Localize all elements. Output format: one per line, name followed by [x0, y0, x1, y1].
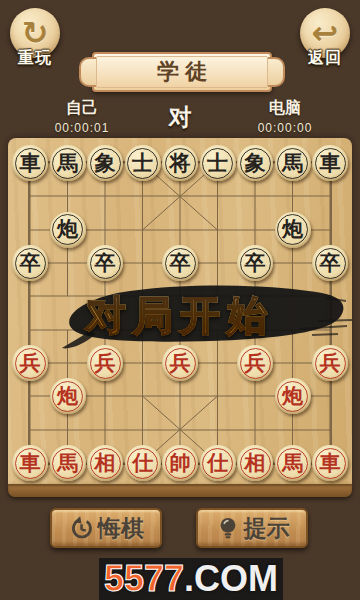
piece-character: 卒	[245, 253, 266, 274]
back-arrow-icon: ↩	[312, 17, 339, 49]
piece-character: 炮	[57, 219, 78, 240]
piece-black-soldier[interactable]: 卒	[87, 245, 123, 281]
piece-red-elephant[interactable]: 相	[237, 445, 273, 481]
piece-character: 炮	[57, 386, 78, 407]
piece-character: 炮	[282, 219, 303, 240]
piece-red-soldier[interactable]: 兵	[162, 345, 198, 381]
piece-character: 兵	[20, 353, 41, 374]
piece-character: 馬	[282, 453, 303, 474]
piece-red-horse[interactable]: 馬	[50, 445, 86, 481]
piece-black-general[interactable]: 将	[162, 145, 198, 181]
watermark-number: 5577	[104, 558, 184, 600]
left-player-panel: 自己 00:00:01	[40, 98, 124, 135]
rank-title: 学徒	[151, 57, 213, 87]
hint-label: 提示	[244, 513, 290, 544]
right-player-panel: 电脑 00:00:00	[243, 98, 327, 135]
piece-red-horse[interactable]: 馬	[275, 445, 311, 481]
piece-character: 仕	[132, 453, 153, 474]
back-label: 返回	[292, 48, 358, 69]
piece-black-chariot[interactable]: 車	[12, 145, 48, 181]
piece-black-cannon[interactable]: 炮	[275, 212, 311, 248]
hint-button[interactable]: 提示	[196, 508, 308, 548]
piece-red-cannon[interactable]: 炮	[50, 378, 86, 414]
piece-character: 兵	[170, 353, 191, 374]
piece-character: 馬	[282, 153, 303, 174]
replay-button[interactable]: ↻ 重玩	[10, 8, 60, 58]
piece-character: 卒	[170, 253, 191, 274]
piece-character: 車	[20, 453, 41, 474]
watermark-tld: .COM	[184, 558, 278, 600]
piece-character: 象	[245, 153, 266, 174]
piece-character: 馬	[57, 153, 78, 174]
piece-black-advisor[interactable]: 士	[125, 145, 161, 181]
piece-character: 兵	[95, 353, 116, 374]
piece-character: 将	[170, 153, 191, 174]
piece-character: 帥	[170, 453, 191, 474]
right-player-name: 电脑	[243, 98, 327, 119]
piece-black-advisor[interactable]: 士	[200, 145, 236, 181]
piece-character: 相	[245, 453, 266, 474]
piece-black-elephant[interactable]: 象	[237, 145, 273, 181]
refresh-icon: ↻	[22, 17, 49, 49]
piece-red-elephant[interactable]: 相	[87, 445, 123, 481]
piece-red-soldier[interactable]: 兵	[12, 345, 48, 381]
piece-character: 車	[320, 453, 341, 474]
piece-character: 馬	[57, 453, 78, 474]
left-player-name: 自己	[40, 98, 124, 119]
lightbulb-icon	[215, 515, 241, 541]
piece-character: 士	[132, 153, 153, 174]
piece-character: 士	[207, 153, 228, 174]
piece-black-soldier[interactable]: 卒	[12, 245, 48, 281]
piece-character: 象	[95, 153, 116, 174]
piece-character: 卒	[20, 253, 41, 274]
piece-red-chariot[interactable]: 車	[312, 445, 348, 481]
undo-clock-icon	[68, 515, 95, 542]
piece-character: 車	[20, 153, 41, 174]
piece-black-soldier[interactable]: 卒	[312, 245, 348, 281]
piece-black-cannon[interactable]: 炮	[50, 212, 86, 248]
undo-button[interactable]: 悔棋	[50, 508, 162, 548]
back-button[interactable]: ↩ 返回	[300, 8, 350, 58]
undo-label: 悔棋	[98, 513, 144, 544]
piece-black-soldier[interactable]: 卒	[237, 245, 273, 281]
board-front-edge	[8, 484, 352, 497]
piece-character: 炮	[282, 386, 303, 407]
piece-black-elephant[interactable]: 象	[87, 145, 123, 181]
piece-red-advisor[interactable]: 仕	[125, 445, 161, 481]
piece-black-soldier[interactable]: 卒	[162, 245, 198, 281]
piece-red-advisor[interactable]: 仕	[200, 445, 236, 481]
piece-character: 卒	[320, 253, 341, 274]
xiangqi-board[interactable]: 車馬象士将士象馬車炮炮卒卒卒卒卒兵兵兵兵兵炮炮車馬相仕帥仕相馬車	[8, 138, 352, 484]
piece-black-chariot[interactable]: 車	[312, 145, 348, 181]
piece-character: 仕	[207, 453, 228, 474]
left-player-timer: 00:00:01	[40, 121, 124, 135]
site-watermark: 5577.COM	[99, 558, 283, 600]
piece-character: 相	[95, 453, 116, 474]
piece-red-soldier[interactable]: 兵	[312, 345, 348, 381]
rank-plaque: 学徒	[92, 52, 272, 92]
piece-character: 車	[320, 153, 341, 174]
replay-label: 重玩	[2, 48, 68, 69]
piece-red-general[interactable]: 帥	[162, 445, 198, 481]
piece-character: 卒	[95, 253, 116, 274]
piece-red-soldier[interactable]: 兵	[87, 345, 123, 381]
vs-label: 对	[160, 102, 200, 133]
piece-black-horse[interactable]: 馬	[50, 145, 86, 181]
piece-red-cannon[interactable]: 炮	[275, 378, 311, 414]
piece-character: 兵	[245, 353, 266, 374]
piece-red-chariot[interactable]: 車	[12, 445, 48, 481]
piece-character: 兵	[320, 353, 341, 374]
right-player-timer: 00:00:00	[243, 121, 327, 135]
piece-black-horse[interactable]: 馬	[275, 145, 311, 181]
board-grid-lines	[8, 138, 352, 484]
piece-red-soldier[interactable]: 兵	[237, 345, 273, 381]
